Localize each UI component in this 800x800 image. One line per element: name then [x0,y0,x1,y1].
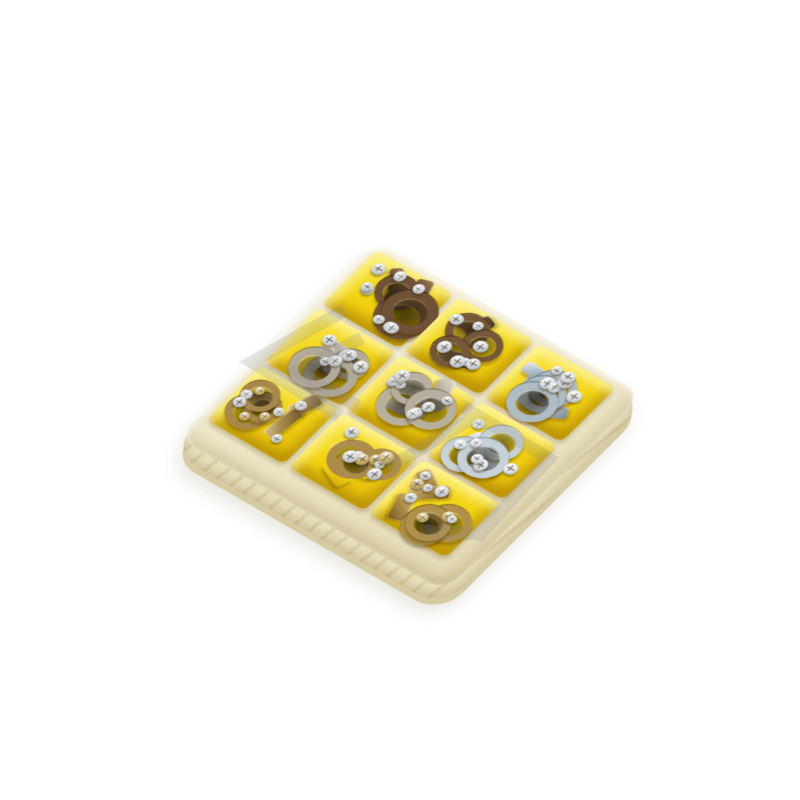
bolt [469,417,487,431]
compartment-grid [207,250,616,558]
bolt [369,261,389,276]
bolt [341,424,362,440]
product-photo [0,0,800,800]
assortment-case [178,240,642,592]
case-tray [178,240,642,592]
